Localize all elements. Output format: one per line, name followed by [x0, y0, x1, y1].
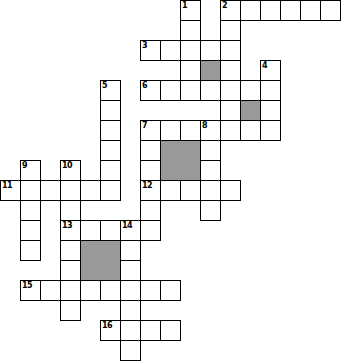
- clue-number-2: 2: [222, 1, 227, 10]
- cell-r4c12[interactable]: [240, 80, 261, 101]
- cell-r11c4[interactable]: [80, 220, 101, 241]
- cell-r10c10[interactable]: [200, 200, 221, 221]
- cell-r0c14[interactable]: [280, 0, 301, 21]
- cell-r5c11[interactable]: [220, 100, 241, 121]
- cell-r16c6[interactable]: [120, 320, 141, 341]
- cell-r9c7[interactable]: 12: [140, 180, 161, 201]
- cell-r6c10[interactable]: 8: [200, 120, 221, 141]
- cell-r8c7[interactable]: [140, 160, 161, 181]
- cell-r12c1[interactable]: [20, 240, 41, 261]
- cell-r4c8[interactable]: [160, 80, 181, 101]
- cell-r14c4[interactable]: [80, 280, 101, 301]
- cell-r9c10[interactable]: [200, 180, 221, 201]
- cell-r4c10[interactable]: [200, 80, 221, 101]
- cell-r0c11[interactable]: 2: [220, 0, 241, 21]
- cell-r10c7[interactable]: [140, 200, 161, 221]
- cell-r0c12[interactable]: [240, 0, 261, 21]
- cell-r14c6[interactable]: [120, 280, 141, 301]
- cell-r2c8[interactable]: [160, 40, 181, 61]
- cell-r13c6[interactable]: [120, 260, 141, 281]
- cell-r1c11[interactable]: [220, 20, 241, 41]
- blocked-cell: [80, 260, 101, 281]
- clue-number-8: 8: [202, 121, 207, 130]
- clue-number-1: 1: [182, 1, 187, 10]
- clue-number-11: 11: [2, 181, 12, 190]
- cell-r11c5[interactable]: [100, 220, 121, 241]
- clue-number-5: 5: [102, 81, 107, 90]
- cell-r6c11[interactable]: [220, 120, 241, 141]
- cell-r11c3[interactable]: 13: [60, 220, 81, 241]
- clue-number-16: 16: [102, 321, 112, 330]
- cell-r14c3[interactable]: [60, 280, 81, 301]
- cell-r11c7[interactable]: [140, 220, 161, 241]
- clue-number-6: 6: [142, 81, 147, 90]
- cell-r10c3[interactable]: [60, 200, 81, 221]
- cell-r2c7[interactable]: 3: [140, 40, 161, 61]
- cell-r9c0[interactable]: 11: [0, 180, 21, 201]
- cell-r1c9[interactable]: [180, 20, 201, 41]
- cell-r12c6[interactable]: [120, 240, 141, 261]
- cell-r9c1[interactable]: [20, 180, 41, 201]
- cell-r3c11[interactable]: [220, 60, 241, 81]
- cell-r17c6[interactable]: [120, 340, 141, 361]
- cell-r4c13[interactable]: [260, 80, 281, 101]
- cell-r8c5[interactable]: [100, 160, 121, 181]
- cell-r5c13[interactable]: [260, 100, 281, 121]
- cell-r16c7[interactable]: [140, 320, 161, 341]
- cell-r9c11[interactable]: [220, 180, 241, 201]
- cell-r8c3[interactable]: 10: [60, 160, 81, 181]
- cell-r6c12[interactable]: [240, 120, 261, 141]
- cell-r15c3[interactable]: [60, 300, 81, 321]
- cell-r14c8[interactable]: [160, 280, 181, 301]
- clue-number-4: 4: [262, 61, 267, 70]
- cell-r9c5[interactable]: [100, 180, 121, 201]
- clue-number-3: 3: [142, 41, 147, 50]
- cell-r16c8[interactable]: [160, 320, 181, 341]
- blocked-cell: [180, 140, 201, 161]
- cell-r15c6[interactable]: [120, 300, 141, 321]
- cell-r0c15[interactable]: [300, 0, 321, 21]
- clue-number-9: 9: [22, 161, 27, 170]
- cell-r12c3[interactable]: [60, 240, 81, 261]
- cell-r2c10[interactable]: [200, 40, 221, 61]
- blocked-cell: [240, 100, 261, 121]
- cell-r16c5[interactable]: 16: [100, 320, 121, 341]
- cell-r3c9[interactable]: [180, 60, 201, 81]
- clue-number-12: 12: [142, 181, 152, 190]
- cell-r0c16[interactable]: [320, 0, 341, 21]
- cell-r13c3[interactable]: [60, 260, 81, 281]
- cell-r14c5[interactable]: [100, 280, 121, 301]
- blocked-cell: [160, 140, 181, 161]
- cell-r5c5[interactable]: [100, 100, 121, 121]
- cell-r9c2[interactable]: [40, 180, 61, 201]
- cell-r11c1[interactable]: [20, 220, 41, 241]
- cell-r0c9[interactable]: 1: [180, 0, 201, 21]
- cell-r9c4[interactable]: [80, 180, 101, 201]
- cell-r4c7[interactable]: 6: [140, 80, 161, 101]
- cell-r8c1[interactable]: 9: [20, 160, 41, 181]
- cell-r7c10[interactable]: [200, 140, 221, 161]
- clue-number-10: 10: [62, 161, 72, 170]
- cell-r11c6[interactable]: 14: [120, 220, 141, 241]
- cell-r6c13[interactable]: [260, 120, 281, 141]
- cell-r4c9[interactable]: [180, 80, 201, 101]
- cell-r6c8[interactable]: [160, 120, 181, 141]
- cell-r14c1[interactable]: 15: [20, 280, 41, 301]
- cell-r10c1[interactable]: [20, 200, 41, 221]
- cell-r4c5[interactable]: 5: [100, 80, 121, 101]
- cell-r7c5[interactable]: [100, 140, 121, 161]
- cell-r4c11[interactable]: [220, 80, 241, 101]
- cell-r0c13[interactable]: [260, 0, 281, 21]
- clue-number-14: 14: [122, 221, 132, 230]
- blocked-cell: [200, 60, 221, 81]
- blocked-cell: [100, 260, 121, 281]
- cell-r9c8[interactable]: [160, 180, 181, 201]
- cell-r2c11[interactable]: [220, 40, 241, 61]
- cell-r7c7[interactable]: [140, 140, 161, 161]
- cell-r9c9[interactable]: [180, 180, 201, 201]
- cell-r3c13[interactable]: 4: [260, 60, 281, 81]
- blocked-cell: [100, 240, 121, 261]
- cell-r14c2[interactable]: [40, 280, 61, 301]
- cell-r8c10[interactable]: [200, 160, 221, 181]
- cell-r6c5[interactable]: [100, 120, 121, 141]
- clue-number-13: 13: [62, 221, 72, 230]
- cell-r14c7[interactable]: [140, 280, 161, 301]
- clue-number-15: 15: [22, 281, 32, 290]
- cell-r9c3[interactable]: [60, 180, 81, 201]
- cell-r2c9[interactable]: [180, 40, 201, 61]
- crossword-grid: 12345678910111213141516: [0, 0, 341, 361]
- cell-r6c7[interactable]: 7: [140, 120, 161, 141]
- cell-r6c9[interactable]: [180, 120, 201, 141]
- blocked-cell: [80, 240, 101, 261]
- blocked-cell: [180, 160, 201, 181]
- blocked-cell: [160, 160, 181, 181]
- clue-number-7: 7: [142, 121, 147, 130]
